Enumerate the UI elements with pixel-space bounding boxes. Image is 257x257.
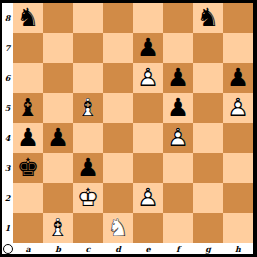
square-g6[interactable]: [193, 63, 223, 93]
square-e5[interactable]: [133, 93, 163, 123]
white-piece-outline: ♙: [133, 63, 163, 93]
square-b3[interactable]: [43, 153, 73, 183]
white-bishop-piece[interactable]: ♝♗: [73, 93, 103, 123]
square-f5[interactable]: ♟: [163, 93, 193, 123]
black-knight-piece[interactable]: ♞: [193, 3, 223, 33]
file-label-b: b: [43, 243, 73, 254]
square-e7[interactable]: ♟: [133, 33, 163, 63]
white-bishop-piece[interactable]: ♝♗: [43, 213, 73, 243]
square-d5[interactable]: [103, 93, 133, 123]
white-pawn-piece[interactable]: ♟♙: [223, 93, 253, 123]
square-g7[interactable]: [193, 33, 223, 63]
black-pawn-piece[interactable]: ♟: [43, 123, 73, 153]
square-b5[interactable]: [43, 93, 73, 123]
white-piece-outline: ♗: [73, 93, 103, 123]
square-h8[interactable]: [223, 3, 253, 33]
square-e4[interactable]: [133, 123, 163, 153]
square-b1[interactable]: ♝♗: [43, 213, 73, 243]
square-h2[interactable]: [223, 183, 253, 213]
square-g5[interactable]: [193, 93, 223, 123]
square-b7[interactable]: [43, 33, 73, 63]
square-c4[interactable]: [73, 123, 103, 153]
square-h7[interactable]: [223, 33, 253, 63]
rank-label-6: 6: [2, 63, 13, 93]
white-pawn-piece[interactable]: ♟♙: [163, 123, 193, 153]
square-e1[interactable]: [133, 213, 163, 243]
black-bishop-piece[interactable]: ♝: [13, 93, 43, 123]
white-to-move-indicator: [3, 244, 13, 254]
white-piece-outline: ♘: [103, 213, 133, 243]
file-label-h: h: [223, 243, 253, 254]
square-f7[interactable]: [163, 33, 193, 63]
board: ♞♞♟♟♙♟♟♝♝♗♟♟♙♟♟♟♙♚♟♚♔♟♙♝♗♞♘: [13, 3, 253, 243]
black-pawn-piece[interactable]: ♟: [133, 33, 163, 63]
square-h3[interactable]: [223, 153, 253, 183]
square-d8[interactable]: [103, 3, 133, 33]
rank-label-7: 7: [2, 33, 13, 63]
rank-label-2: 2: [2, 183, 13, 213]
file-label-e: e: [133, 243, 163, 254]
rank-label-5: 5: [2, 93, 13, 123]
square-b6[interactable]: [43, 63, 73, 93]
rank-labels: 87654321: [2, 3, 13, 243]
square-a1[interactable]: [13, 213, 43, 243]
square-f1[interactable]: [163, 213, 193, 243]
square-f3[interactable]: [163, 153, 193, 183]
square-g2[interactable]: [193, 183, 223, 213]
rank-label-8: 8: [2, 3, 13, 33]
square-h5[interactable]: ♟♙: [223, 93, 253, 123]
square-d3[interactable]: [103, 153, 133, 183]
file-label-d: d: [103, 243, 133, 254]
black-pawn-piece[interactable]: ♟: [163, 93, 193, 123]
square-a3[interactable]: ♚: [13, 153, 43, 183]
square-a8[interactable]: ♞: [13, 3, 43, 33]
black-pawn-piece[interactable]: ♟: [13, 123, 43, 153]
white-piece-outline: ♗: [43, 213, 73, 243]
square-c6[interactable]: [73, 63, 103, 93]
square-d1[interactable]: ♞♘: [103, 213, 133, 243]
square-a6[interactable]: [13, 63, 43, 93]
white-piece-outline: ♙: [163, 123, 193, 153]
square-h6[interactable]: ♟: [223, 63, 253, 93]
square-a4[interactable]: ♟: [13, 123, 43, 153]
rank-label-4: 4: [2, 123, 13, 153]
square-h1[interactable]: [223, 213, 253, 243]
square-g8[interactable]: ♞: [193, 3, 223, 33]
white-king-piece[interactable]: ♚♔: [73, 183, 103, 213]
white-pawn-piece[interactable]: ♟♙: [133, 63, 163, 93]
square-a2[interactable]: [13, 183, 43, 213]
black-pawn-piece[interactable]: ♟: [223, 63, 253, 93]
file-label-f: f: [163, 243, 193, 254]
square-b4[interactable]: ♟: [43, 123, 73, 153]
square-g4[interactable]: [193, 123, 223, 153]
square-d7[interactable]: [103, 33, 133, 63]
square-a7[interactable]: [13, 33, 43, 63]
rank-label-1: 1: [2, 213, 13, 243]
black-pawn-piece[interactable]: ♟: [163, 63, 193, 93]
file-labels: abcdefgh: [13, 243, 253, 254]
white-pawn-piece[interactable]: ♟♙: [133, 183, 163, 213]
square-g3[interactable]: [193, 153, 223, 183]
square-f4[interactable]: ♟♙: [163, 123, 193, 153]
square-c5[interactable]: ♝♗: [73, 93, 103, 123]
square-c2[interactable]: ♚♔: [73, 183, 103, 213]
square-b2[interactable]: [43, 183, 73, 213]
rank-label-3: 3: [2, 153, 13, 183]
square-g1[interactable]: [193, 213, 223, 243]
square-c8[interactable]: [73, 3, 103, 33]
square-d4[interactable]: [103, 123, 133, 153]
square-d2[interactable]: [103, 183, 133, 213]
white-piece-outline: ♙: [223, 93, 253, 123]
white-piece-outline: ♔: [73, 183, 103, 213]
square-e8[interactable]: [133, 3, 163, 33]
square-e2[interactable]: ♟♙: [133, 183, 163, 213]
white-knight-piece[interactable]: ♞♘: [103, 213, 133, 243]
square-c3[interactable]: ♟: [73, 153, 103, 183]
square-a5[interactable]: ♝: [13, 93, 43, 123]
black-pawn-piece[interactable]: ♟: [73, 153, 103, 183]
file-label-c: c: [73, 243, 103, 254]
square-b8[interactable]: [43, 3, 73, 33]
file-label-a: a: [13, 243, 43, 254]
black-king-piece[interactable]: ♚: [13, 153, 43, 183]
black-knight-piece[interactable]: ♞: [13, 3, 43, 33]
file-label-g: g: [193, 243, 223, 254]
square-e3[interactable]: [133, 153, 163, 183]
square-e6[interactable]: ♟♙: [133, 63, 163, 93]
square-c1[interactable]: [73, 213, 103, 243]
square-f2[interactable]: [163, 183, 193, 213]
square-h4[interactable]: [223, 123, 253, 153]
square-f8[interactable]: [163, 3, 193, 33]
square-f6[interactable]: ♟: [163, 63, 193, 93]
square-c7[interactable]: [73, 33, 103, 63]
square-d6[interactable]: [103, 63, 133, 93]
white-piece-outline: ♙: [133, 183, 163, 213]
